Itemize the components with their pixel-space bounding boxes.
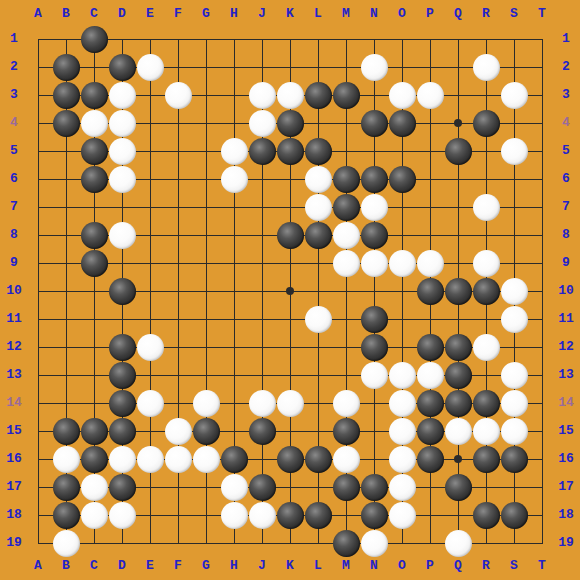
row-label: 3 [556,88,576,102]
white-stone-s10 [501,278,528,305]
black-stone-j5 [249,138,276,165]
black-stone-l18 [305,502,332,529]
row-label: 7 [556,200,576,214]
column-label: B [56,559,76,573]
black-stone-b3 [53,82,80,109]
black-stone-p15 [417,418,444,445]
black-stone-d12 [109,334,136,361]
white-stone-j4 [249,110,276,137]
black-stone-g15 [193,418,220,445]
white-stone-s5 [501,138,528,165]
white-stone-h6 [221,166,248,193]
white-stone-j18 [249,502,276,529]
row-label: 17 [556,480,576,494]
white-stone-s15 [501,418,528,445]
black-stone-n8 [361,222,388,249]
white-stone-d4 [109,110,136,137]
row-label: 18 [4,508,24,522]
column-label: E [140,559,160,573]
black-stone-d13 [109,362,136,389]
column-label: J [252,7,272,21]
white-stone-l11 [305,306,332,333]
black-stone-d15 [109,418,136,445]
column-label: F [168,559,188,573]
black-stone-r4 [473,110,500,137]
row-label: 11 [4,312,24,326]
row-label: 9 [556,256,576,270]
row-label: 5 [556,144,576,158]
column-label: G [196,7,216,21]
row-label: 6 [556,172,576,186]
black-stone-c6 [81,166,108,193]
white-stone-c17 [81,474,108,501]
white-stone-n2 [361,54,388,81]
black-stone-c1 [81,26,108,53]
black-stone-b2 [53,54,80,81]
black-stone-p14 [417,390,444,417]
row-label: 19 [556,536,576,550]
white-stone-r2 [473,54,500,81]
white-stone-p13 [417,362,444,389]
white-stone-o13 [389,362,416,389]
row-label: 9 [4,256,24,270]
row-label: 11 [556,312,576,326]
white-stone-d6 [109,166,136,193]
row-label: 12 [4,340,24,354]
row-label: 5 [4,144,24,158]
black-stone-l16 [305,446,332,473]
black-stone-k8 [277,222,304,249]
white-stone-j3 [249,82,276,109]
star-point [454,455,462,463]
row-label: 6 [4,172,24,186]
black-stone-l8 [305,222,332,249]
black-stone-s18 [501,502,528,529]
white-stone-d8 [109,222,136,249]
white-stone-e16 [137,446,164,473]
white-stone-o17 [389,474,416,501]
black-stone-b17 [53,474,80,501]
row-label: 4 [556,116,576,130]
black-stone-q14 [445,390,472,417]
black-stone-c9 [81,250,108,277]
white-stone-r12 [473,334,500,361]
row-label: 18 [556,508,576,522]
column-label: H [224,7,244,21]
white-stone-o16 [389,446,416,473]
white-stone-f16 [165,446,192,473]
row-label: 14 [556,396,576,410]
row-label: 8 [4,228,24,242]
column-label: C [84,559,104,573]
column-label: Q [448,7,468,21]
row-label: 12 [556,340,576,354]
column-label: R [476,7,496,21]
white-stone-m8 [333,222,360,249]
black-stone-m19 [333,530,360,557]
black-stone-r10 [473,278,500,305]
white-stone-e14 [137,390,164,417]
black-stone-n12 [361,334,388,361]
column-label: A [28,7,48,21]
black-stone-d17 [109,474,136,501]
white-stone-g14 [193,390,220,417]
column-label: A [28,559,48,573]
black-stone-o4 [389,110,416,137]
black-stone-q13 [445,362,472,389]
black-stone-m6 [333,166,360,193]
grid-line-horizontal [38,319,543,320]
white-stone-b16 [53,446,80,473]
black-stone-m7 [333,194,360,221]
black-stone-r16 [473,446,500,473]
white-stone-s11 [501,306,528,333]
white-stone-s13 [501,362,528,389]
white-stone-q15 [445,418,472,445]
white-stone-o9 [389,250,416,277]
black-stone-k16 [277,446,304,473]
column-label: K [280,559,300,573]
row-label: 10 [556,284,576,298]
black-stone-q5 [445,138,472,165]
row-label: 15 [4,424,24,438]
grid-line-vertical [542,39,543,544]
white-stone-d16 [109,446,136,473]
black-stone-c15 [81,418,108,445]
column-label: S [504,7,524,21]
black-stone-d10 [109,278,136,305]
white-stone-r15 [473,418,500,445]
black-stone-n4 [361,110,388,137]
black-stone-d2 [109,54,136,81]
white-stone-e2 [137,54,164,81]
column-label: N [364,7,384,21]
row-label: 15 [556,424,576,438]
column-label: C [84,7,104,21]
column-label: E [140,7,160,21]
row-label: 2 [4,60,24,74]
column-label: Q [448,559,468,573]
column-label: O [392,559,412,573]
white-stone-l7 [305,194,332,221]
black-stone-p10 [417,278,444,305]
column-label: T [532,7,552,21]
white-stone-n13 [361,362,388,389]
white-stone-c18 [81,502,108,529]
white-stone-h17 [221,474,248,501]
row-label: 2 [556,60,576,74]
white-stone-d3 [109,82,136,109]
black-stone-r14 [473,390,500,417]
black-stone-n6 [361,166,388,193]
column-label: M [336,7,356,21]
white-stone-q19 [445,530,472,557]
white-stone-s14 [501,390,528,417]
column-label: N [364,559,384,573]
white-stone-r7 [473,194,500,221]
white-stone-o18 [389,502,416,529]
column-label: L [308,7,328,21]
white-stone-r9 [473,250,500,277]
black-stone-l5 [305,138,332,165]
black-stone-n17 [361,474,388,501]
black-stone-b18 [53,502,80,529]
row-label: 8 [556,228,576,242]
column-label: D [112,559,132,573]
row-label: 4 [4,116,24,130]
black-stone-q12 [445,334,472,361]
white-stone-c4 [81,110,108,137]
black-stone-r18 [473,502,500,529]
black-stone-s16 [501,446,528,473]
white-stone-b19 [53,530,80,557]
star-point [286,287,294,295]
white-stone-o3 [389,82,416,109]
white-stone-n9 [361,250,388,277]
black-stone-m17 [333,474,360,501]
row-label: 3 [4,88,24,102]
white-stone-m16 [333,446,360,473]
column-label: P [420,7,440,21]
black-stone-q17 [445,474,472,501]
white-stone-s3 [501,82,528,109]
black-stone-k18 [277,502,304,529]
white-stone-e12 [137,334,164,361]
black-stone-n18 [361,502,388,529]
row-label: 16 [4,452,24,466]
black-stone-c16 [81,446,108,473]
column-label: D [112,7,132,21]
column-label: S [504,559,524,573]
white-stone-n19 [361,530,388,557]
black-stone-j15 [249,418,276,445]
white-stone-j14 [249,390,276,417]
row-label: 14 [4,396,24,410]
black-stone-c3 [81,82,108,109]
white-stone-d18 [109,502,136,529]
black-stone-p12 [417,334,444,361]
column-label: L [308,559,328,573]
white-stone-l6 [305,166,332,193]
black-stone-n11 [361,306,388,333]
row-label: 16 [556,452,576,466]
column-label: T [532,559,552,573]
white-stone-h18 [221,502,248,529]
column-label: F [168,7,188,21]
white-stone-f15 [165,418,192,445]
white-stone-o14 [389,390,416,417]
black-stone-h16 [221,446,248,473]
black-stone-q10 [445,278,472,305]
black-stone-k5 [277,138,304,165]
column-label: R [476,559,496,573]
white-stone-g16 [193,446,220,473]
black-stone-m15 [333,418,360,445]
column-label: G [196,559,216,573]
white-stone-m14 [333,390,360,417]
row-label: 19 [4,536,24,550]
go-board[interactable]: ABCDEFGHJKLMNOPQRST ABCDEFGHJKLMNOPQRST … [0,0,580,580]
black-stone-p16 [417,446,444,473]
white-stone-p9 [417,250,444,277]
white-stone-k14 [277,390,304,417]
column-label: P [420,559,440,573]
white-stone-h5 [221,138,248,165]
white-stone-f3 [165,82,192,109]
star-point [454,119,462,127]
black-stone-b15 [53,418,80,445]
row-label: 1 [4,32,24,46]
black-stone-m3 [333,82,360,109]
column-label: K [280,7,300,21]
white-stone-p3 [417,82,444,109]
black-stone-o6 [389,166,416,193]
black-stone-k4 [277,110,304,137]
column-label: O [392,7,412,21]
column-label: H [224,559,244,573]
black-stone-c5 [81,138,108,165]
white-stone-k3 [277,82,304,109]
row-label: 13 [556,368,576,382]
column-label: M [336,559,356,573]
black-stone-b4 [53,110,80,137]
column-label: B [56,7,76,21]
white-stone-o15 [389,418,416,445]
black-stone-d14 [109,390,136,417]
white-stone-m9 [333,250,360,277]
column-label: J [252,559,272,573]
row-label: 7 [4,200,24,214]
row-label: 10 [4,284,24,298]
black-stone-l3 [305,82,332,109]
row-label: 17 [4,480,24,494]
white-stone-d5 [109,138,136,165]
black-stone-j17 [249,474,276,501]
black-stone-c8 [81,222,108,249]
row-label: 13 [4,368,24,382]
white-stone-n7 [361,194,388,221]
row-label: 1 [556,32,576,46]
